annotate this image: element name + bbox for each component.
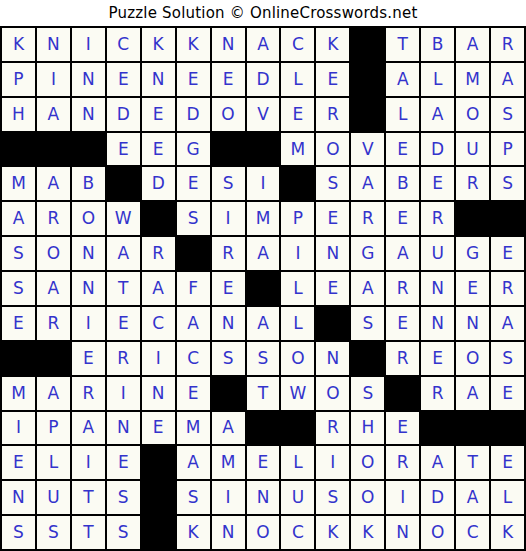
grid-cell[interactable]: A — [177, 307, 210, 340]
grid-cell[interactable]: A — [37, 272, 70, 305]
black-cell — [142, 202, 175, 235]
grid-cell[interactable]: P — [37, 412, 70, 445]
grid-cell[interactable]: E — [2, 307, 35, 340]
grid-cell[interactable]: L — [421, 63, 454, 96]
grid-cell[interactable]: R — [142, 237, 175, 270]
grid-cell[interactable]: E — [421, 342, 454, 375]
grid-cell[interactable]: D — [421, 133, 454, 166]
grid-cell[interactable]: E — [491, 377, 524, 410]
grid-cell[interactable]: N — [72, 63, 105, 96]
grid-cell[interactable]: A — [351, 272, 384, 305]
black-cell — [281, 412, 314, 445]
grid-cell[interactable]: U — [281, 481, 314, 514]
grid-cell[interactable]: S — [212, 342, 245, 375]
black-cell — [177, 237, 210, 270]
black-cell — [247, 272, 280, 305]
black-cell — [491, 412, 524, 445]
grid-cell[interactable]: K — [491, 516, 524, 549]
grid-cell[interactable]: H — [351, 412, 384, 445]
grid-cell[interactable]: A — [351, 167, 384, 200]
grid-cell[interactable]: S — [37, 516, 70, 549]
grid-cell[interactable]: O — [72, 202, 105, 235]
grid-cell[interactable]: N — [72, 237, 105, 270]
grid-cell[interactable]: C — [456, 516, 489, 549]
grid-cell[interactable]: G — [177, 133, 210, 166]
grid-cell[interactable]: I — [72, 446, 105, 479]
grid-cell[interactable]: I — [316, 446, 349, 479]
grid-cell[interactable]: A — [247, 307, 280, 340]
grid-cell[interactable]: K — [2, 28, 35, 61]
black-cell — [247, 133, 280, 166]
grid-cell[interactable]: I — [212, 481, 245, 514]
grid-cell[interactable]: T — [386, 28, 419, 61]
grid-cell[interactable]: N — [421, 272, 454, 305]
grid-cell[interactable]: R — [491, 28, 524, 61]
grid-cell[interactable]: R — [456, 167, 489, 200]
grid-cell[interactable]: E — [107, 446, 140, 479]
black-cell — [37, 342, 70, 375]
black-cell — [281, 167, 314, 200]
grid-cell[interactable]: A — [421, 446, 454, 479]
grid-cell[interactable]: R — [37, 202, 70, 235]
black-cell — [247, 412, 280, 445]
grid-cell[interactable]: B — [386, 167, 419, 200]
black-cell — [72, 133, 105, 166]
grid-cell[interactable]: A — [247, 237, 280, 270]
black-cell — [351, 342, 384, 375]
grid-cell[interactable]: R — [386, 272, 419, 305]
grid-cell[interactable]: E — [281, 98, 314, 131]
grid-cell[interactable]: I — [72, 28, 105, 61]
grid-cell[interactable]: B — [72, 167, 105, 200]
grid-cell[interactable]: E — [212, 272, 245, 305]
grid-cell[interactable]: U — [37, 481, 70, 514]
grid-cell[interactable]: S — [107, 516, 140, 549]
grid-cell[interactable]: E — [247, 446, 280, 479]
black-cell — [142, 516, 175, 549]
grid-cell[interactable]: O — [421, 516, 454, 549]
grid-cell[interactable]: O — [316, 133, 349, 166]
grid-cell[interactable]: G — [456, 237, 489, 270]
grid-cell[interactable]: R — [421, 202, 454, 235]
grid-cell[interactable]: L — [491, 481, 524, 514]
grid-cell[interactable]: E — [107, 133, 140, 166]
grid-cell[interactable]: L — [281, 272, 314, 305]
grid-cell[interactable]: M — [2, 167, 35, 200]
grid-cell[interactable]: V — [247, 98, 280, 131]
grid-cell[interactable]: S — [2, 237, 35, 270]
grid-cell[interactable]: K — [351, 516, 384, 549]
grid-cell[interactable]: A — [37, 377, 70, 410]
grid-cell[interactable]: E — [316, 272, 349, 305]
black-cell — [456, 202, 489, 235]
grid-cell[interactable]: I — [247, 167, 280, 200]
black-cell — [316, 307, 349, 340]
grid-cell[interactable]: D — [107, 98, 140, 131]
black-cell — [456, 412, 489, 445]
grid-cell[interactable]: E — [386, 202, 419, 235]
grid-cell[interactable]: H — [2, 98, 35, 131]
grid-cell[interactable]: A — [2, 202, 35, 235]
grid-cell[interactable]: O — [456, 342, 489, 375]
grid-cell[interactable]: O — [351, 446, 384, 479]
grid-cell[interactable]: E — [421, 167, 454, 200]
grid-cell[interactable]: A — [386, 63, 419, 96]
grid-cell[interactable]: E — [316, 63, 349, 96]
page-title: Puzzle Solution © OnlineCrosswords.net — [0, 0, 526, 26]
grid-cell[interactable]: S — [177, 202, 210, 235]
black-cell — [2, 342, 35, 375]
grid-cell[interactable]: O — [316, 377, 349, 410]
grid-cell[interactable]: A — [386, 237, 419, 270]
grid-cell[interactable]: T — [72, 481, 105, 514]
grid-cell[interactable]: S — [316, 167, 349, 200]
grid-cell[interactable]: K — [316, 28, 349, 61]
grid-cell[interactable]: S — [2, 516, 35, 549]
grid-cell[interactable]: E — [386, 412, 419, 445]
grid-cell[interactable]: S — [107, 481, 140, 514]
grid-cell[interactable]: O — [247, 516, 280, 549]
grid-cell[interactable]: A — [107, 237, 140, 270]
grid-cell[interactable]: N — [72, 272, 105, 305]
grid-cell[interactable]: E — [386, 307, 419, 340]
grid-cell[interactable]: N — [212, 516, 245, 549]
grid-cell[interactable]: R — [212, 237, 245, 270]
grid-cell[interactable]: A — [491, 63, 524, 96]
grid-cell[interactable]: A — [142, 272, 175, 305]
grid-cell[interactable]: N — [386, 516, 419, 549]
grid-cell[interactable]: E — [177, 63, 210, 96]
grid-cell[interactable]: F — [177, 272, 210, 305]
crossword-solution-page: Puzzle Solution © OnlineCrosswords.net K… — [0, 0, 526, 551]
grid-cell[interactable]: N — [37, 28, 70, 61]
grid-cell[interactable]: O — [212, 98, 245, 131]
grid-cell[interactable]: N — [212, 28, 245, 61]
grid-cell[interactable]: N — [142, 63, 175, 96]
grid-cell[interactable]: E — [142, 412, 175, 445]
grid-cell[interactable]: A — [37, 98, 70, 131]
grid-cell[interactable]: I — [212, 202, 245, 235]
grid-cell[interactable]: R — [107, 342, 140, 375]
grid-cell[interactable]: R — [491, 272, 524, 305]
grid-cell[interactable]: N — [72, 98, 105, 131]
grid-cell[interactable]: S — [2, 272, 35, 305]
grid-cell[interactable]: M — [2, 377, 35, 410]
grid-cell[interactable]: C — [281, 28, 314, 61]
grid-cell[interactable]: A — [247, 28, 280, 61]
black-cell — [107, 167, 140, 200]
grid-cell[interactable]: N — [421, 307, 454, 340]
grid-cell[interactable]: I — [2, 412, 35, 445]
grid-cell[interactable]: E — [72, 342, 105, 375]
grid-cell[interactable]: S — [316, 481, 349, 514]
grid-cell[interactable]: S — [491, 98, 524, 131]
grid-cell[interactable]: E — [386, 133, 419, 166]
grid-cell[interactable]: E — [177, 167, 210, 200]
grid-cell[interactable]: E — [491, 237, 524, 270]
grid-cell[interactable]: R — [351, 202, 384, 235]
black-cell — [37, 133, 70, 166]
grid-cell[interactable]: V — [351, 133, 384, 166]
grid-cell[interactable]: R — [386, 342, 419, 375]
grid-cell[interactable]: W — [281, 377, 314, 410]
black-cell — [212, 377, 245, 410]
grid-cell[interactable]: T — [247, 377, 280, 410]
grid-cell[interactable]: N — [316, 237, 349, 270]
grid-cell[interactable]: W — [107, 202, 140, 235]
grid-cell[interactable]: C — [107, 28, 140, 61]
grid-cell[interactable]: N — [247, 481, 280, 514]
grid-cell[interactable]: I — [142, 342, 175, 375]
grid-cell[interactable]: S — [491, 167, 524, 200]
grid-cell[interactable]: A — [212, 412, 245, 445]
grid-cell[interactable]: K — [177, 516, 210, 549]
grid-cell[interactable]: N — [107, 412, 140, 445]
grid-cell[interactable]: I — [37, 63, 70, 96]
grid-cell[interactable]: G — [351, 237, 384, 270]
grid-cell[interactable]: N — [456, 307, 489, 340]
grid-cell[interactable]: R — [316, 412, 349, 445]
grid-cell[interactable]: I — [72, 307, 105, 340]
grid-cell[interactable]: M — [177, 412, 210, 445]
grid-cell[interactable]: L — [281, 307, 314, 340]
grid-cell[interactable]: T — [456, 446, 489, 479]
grid-cell[interactable]: E — [212, 63, 245, 96]
grid-cell[interactable]: I — [107, 377, 140, 410]
black-cell — [351, 28, 384, 61]
grid-cell[interactable]: S — [491, 342, 524, 375]
grid-cell[interactable]: A — [72, 412, 105, 445]
grid-cell[interactable]: L — [281, 63, 314, 96]
grid-cell[interactable]: S — [177, 481, 210, 514]
grid-cell[interactable]: R — [421, 377, 454, 410]
grid-cell[interactable]: M — [456, 63, 489, 96]
black-cell — [142, 446, 175, 479]
grid-cell[interactable]: O — [351, 481, 384, 514]
grid-cell[interactable]: D — [142, 167, 175, 200]
black-cell — [386, 377, 419, 410]
crossword-grid: KNICKKNACKTBARPINENEEDLEALMAHANDEDOVERLA… — [0, 26, 526, 551]
grid-cell[interactable]: U — [456, 133, 489, 166]
grid-cell[interactable]: D — [421, 481, 454, 514]
grid-cell[interactable]: E — [177, 377, 210, 410]
grid-cell[interactable]: C — [281, 516, 314, 549]
grid-cell[interactable]: E — [142, 98, 175, 131]
grid-cell[interactable]: S — [247, 342, 280, 375]
grid-cell[interactable]: N — [142, 377, 175, 410]
grid-cell[interactable]: O — [456, 98, 489, 131]
grid-cell[interactable]: P — [2, 63, 35, 96]
black-cell — [351, 98, 384, 131]
grid-cell[interactable]: A — [177, 446, 210, 479]
grid-cell[interactable]: A — [491, 307, 524, 340]
grid-cell[interactable]: L — [386, 98, 419, 131]
grid-cell[interactable]: A — [421, 98, 454, 131]
grid-cell[interactable]: P — [281, 202, 314, 235]
grid-cell[interactable]: M — [212, 446, 245, 479]
grid-cell[interactable]: E — [456, 272, 489, 305]
grid-cell[interactable]: U — [421, 237, 454, 270]
grid-cell[interactable]: E — [107, 307, 140, 340]
grid-cell[interactable]: O — [37, 237, 70, 270]
grid-cell[interactable]: N — [212, 307, 245, 340]
grid-cell[interactable]: A — [456, 481, 489, 514]
grid-cell[interactable]: D — [247, 63, 280, 96]
grid-cell[interactable]: E — [2, 446, 35, 479]
grid-cell[interactable]: E — [316, 202, 349, 235]
grid-cell[interactable]: R — [316, 98, 349, 131]
grid-cell[interactable]: S — [351, 377, 384, 410]
black-cell — [351, 63, 384, 96]
grid-cell[interactable]: R — [37, 307, 70, 340]
grid-cell[interactable]: A — [37, 167, 70, 200]
grid-cell[interactable]: O — [281, 342, 314, 375]
grid-cell[interactable]: I — [281, 237, 314, 270]
grid-cell[interactable]: T — [107, 272, 140, 305]
grid-cell[interactable]: K — [316, 516, 349, 549]
black-cell — [2, 133, 35, 166]
grid-cell[interactable]: M — [281, 133, 314, 166]
grid-cell[interactable]: E — [107, 63, 140, 96]
black-cell — [491, 202, 524, 235]
grid-cell[interactable]: L — [281, 446, 314, 479]
grid-cell[interactable]: K — [177, 28, 210, 61]
grid-cell[interactable]: P — [491, 133, 524, 166]
black-cell — [142, 481, 175, 514]
grid-cell[interactable]: K — [142, 28, 175, 61]
grid-cell[interactable]: S — [212, 167, 245, 200]
grid-cell[interactable]: N — [316, 342, 349, 375]
grid-cell[interactable]: D — [177, 98, 210, 131]
grid-cell[interactable]: M — [247, 202, 280, 235]
grid-cell[interactable]: A — [456, 377, 489, 410]
grid-cell[interactable]: E — [142, 133, 175, 166]
grid-cell[interactable]: L — [37, 446, 70, 479]
grid-cell[interactable]: B — [421, 28, 454, 61]
grid-cell[interactable]: C — [177, 342, 210, 375]
grid-cell[interactable]: C — [142, 307, 175, 340]
black-cell — [421, 412, 454, 445]
grid-cell[interactable]: N — [2, 481, 35, 514]
grid-cell[interactable]: A — [456, 28, 489, 61]
grid-cell[interactable]: R — [72, 377, 105, 410]
grid-cell[interactable]: S — [351, 307, 384, 340]
grid-cell[interactable]: T — [72, 516, 105, 549]
grid-cell[interactable]: R — [386, 446, 419, 479]
grid-cell[interactable]: I — [386, 481, 419, 514]
grid-cell[interactable]: E — [491, 446, 524, 479]
black-cell — [212, 133, 245, 166]
